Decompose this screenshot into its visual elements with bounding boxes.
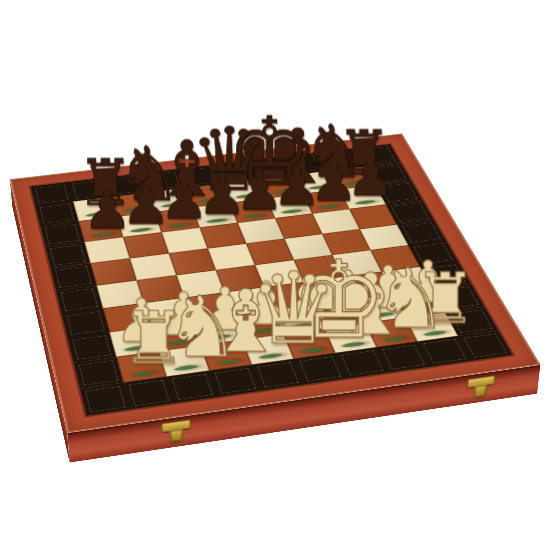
square-a6 (84, 237, 129, 263)
brass-clasp-right (466, 376, 495, 402)
border-ring-cell (458, 330, 513, 361)
border-ring-cell (40, 221, 84, 246)
square-a1: ♜ (116, 351, 166, 383)
piece-white-rook: ♜ (122, 307, 166, 373)
square-c6 (162, 228, 208, 254)
border-ring-cell (45, 242, 90, 268)
piece-black-pawn: ♟ (83, 184, 122, 234)
square-f6 (275, 214, 322, 239)
square-h6 (349, 204, 397, 229)
square-e6 (238, 218, 285, 243)
clasp-latch-icon (473, 384, 486, 398)
brass-clasp-left (161, 420, 190, 447)
product-photo-stage: ♜♞♝♛♚♝♞♜♟♟♟♟♟♟♟♟♟♟♟♟♟♟♟♟♜♞♝♛♚♝♞♜ (0, 0, 560, 560)
clasp-latch-icon (169, 429, 183, 443)
board-grid: ♜♞♝♛♚♝♞♜♟♟♟♟♟♟♟♟♟♟♟♟♟♟♟♟♜♞♝♛♚♝♞♜ (31, 144, 513, 416)
border-ring-cell (56, 285, 103, 313)
border-ring-cell (167, 371, 219, 403)
border-ring-cell (80, 383, 131, 416)
chess-board: ♜♞♝♛♚♝♞♜♟♟♟♟♟♟♟♟♟♟♟♟♟♟♟♟♜♞♝♛♚♝♞♜ (10, 133, 541, 433)
square-b6 (123, 232, 169, 258)
